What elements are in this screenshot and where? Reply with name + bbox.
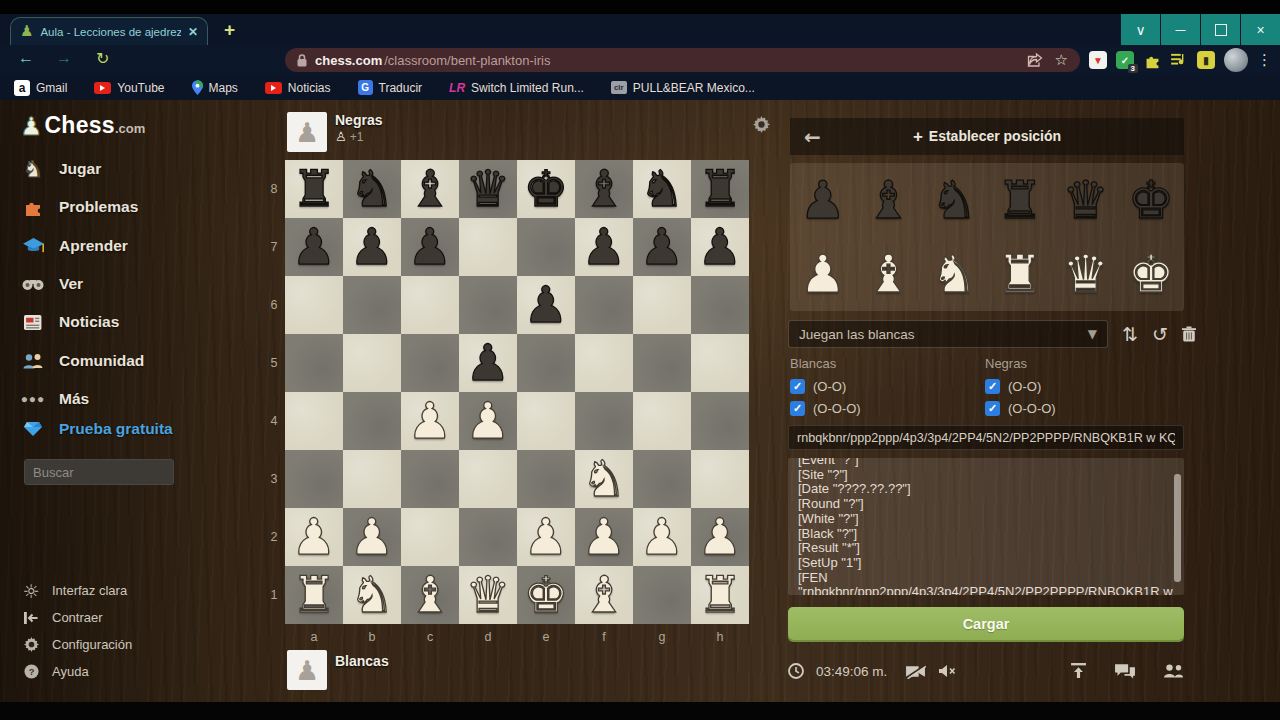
square-e2[interactable]: ♟ [517, 508, 575, 566]
square-h8[interactable]: ♜ [691, 160, 749, 218]
piece-white-p[interactable]: ♟ [524, 508, 569, 566]
pgn-text: [Event "?"][Site "?"][Date "????.??.??"]… [798, 458, 1174, 595]
castling-black: Negras ✓(O-O) ✓(O-O-O) [985, 356, 1056, 423]
file-label-h: h [691, 626, 749, 644]
square-a5[interactable] [285, 334, 343, 392]
piece-black-k[interactable]: ♚ [524, 160, 569, 218]
window-controls: ∨ ─ × [1121, 14, 1280, 45]
bookmarks-bar: aGmailYouTubeMapsNoticiasGTraducirLRSwit… [0, 75, 1280, 100]
sidebar-item-noticias[interactable]: Noticias [20, 303, 255, 341]
chevron-down-icon: ▼ [1088, 327, 1097, 341]
extensions-row: ▼ ✓3 ▮ ⋮ [1089, 48, 1272, 72]
piece-black-b[interactable]: ♝ [582, 160, 627, 218]
piece-white-p[interactable]: ♟ [698, 508, 743, 566]
pgn-textarea[interactable]: [Event "?"][Site "?"][Date "????.??.??"]… [788, 458, 1184, 595]
square-a8[interactable]: ♜ [285, 160, 343, 218]
sidebar-item-aprender[interactable]: Aprender [20, 227, 255, 265]
puzzle-icon [20, 197, 46, 217]
piece-white-k[interactable]: ♚ [524, 566, 569, 624]
share-icon[interactable] [1027, 53, 1043, 67]
binoculars-icon [20, 277, 46, 291]
sidebar-footer-collapse[interactable]: Contraer [22, 604, 245, 631]
sidebar-footer-sun[interactable]: ☼Interfaz clara [22, 577, 245, 604]
rank-label-2: 2 [266, 508, 282, 566]
plus-icon: + [913, 127, 923, 146]
square-c4[interactable]: ♟ [401, 392, 459, 450]
extension-square-icon[interactable]: ▮ [1197, 51, 1215, 69]
square-b4[interactable] [343, 392, 401, 450]
square-h4[interactable] [691, 392, 749, 450]
top-black-strip [0, 0, 1280, 14]
square-e1[interactable]: ♚ [517, 566, 575, 624]
square-d2[interactable] [459, 508, 517, 566]
back-button[interactable]: ← [18, 49, 34, 67]
bottom-black-strip [0, 702, 1280, 720]
rank-label-5: 5 [266, 334, 282, 392]
file-labels: abcdefgh [285, 626, 749, 644]
square-c2[interactable] [401, 508, 459, 566]
reset-icon[interactable]: ↺ [1152, 323, 1168, 345]
square-h7[interactable]: ♟ [691, 218, 749, 276]
translate-icon: G [358, 80, 373, 95]
piece-white-r[interactable]: ♜ [698, 566, 743, 624]
square-a6[interactable] [285, 276, 343, 334]
palette-black-r[interactable]: ♜ [987, 163, 1053, 237]
cap-icon [20, 237, 46, 255]
square-a1[interactable]: ♜ [285, 566, 343, 624]
square-g3[interactable] [633, 450, 691, 508]
file-label-c: c [401, 626, 459, 644]
sidebar-item-comunidad[interactable]: Comunidad [20, 341, 255, 379]
piece-black-p[interactable]: ♟ [582, 218, 627, 276]
square-e7[interactable] [517, 218, 575, 276]
piece-white-p[interactable]: ♟ [292, 508, 337, 566]
new-tab-button[interactable]: + [224, 19, 235, 41]
palette-white-b[interactable]: ♝ [856, 237, 922, 311]
square-f2[interactable]: ♟ [575, 508, 633, 566]
youtube-icon [94, 82, 111, 94]
flip-board-icon[interactable]: ⇅ [1122, 323, 1138, 345]
square-h3[interactable] [691, 450, 749, 508]
palette-white-k[interactable]: ♚ [1118, 237, 1184, 311]
camera-off-icon[interactable] [905, 664, 926, 679]
chess-board: ♜♞♝♛♚♝♞♜♟♟♟♟♟♟♟♟♟♟♞♟♟♟♟♟♟♜♞♝♛♚♝♜ [285, 160, 749, 624]
sidebar-item-jugar[interactable]: ♞Jugar [20, 150, 255, 188]
palette-black-b[interactable]: ♝ [856, 163, 922, 237]
rank-labels: 87654321 [266, 160, 282, 624]
square-f3[interactable]: ♞ [575, 450, 633, 508]
palette-black-p[interactable]: ♟ [790, 163, 856, 237]
square-g5[interactable] [633, 334, 691, 392]
load-button[interactable]: Cargar [788, 607, 1184, 640]
diamond-icon [20, 421, 46, 437]
square-e6[interactable]: ♟ [517, 276, 575, 334]
window-chevron-button[interactable]: ∨ [1121, 14, 1160, 45]
sidebar-footer-help[interactable]: ?Ayuda [22, 658, 245, 685]
amazon-icon: a [14, 80, 30, 96]
square-d7[interactable] [459, 218, 517, 276]
square-c1[interactable]: ♝ [401, 566, 459, 624]
piece-white-q[interactable]: ♛ [466, 566, 511, 624]
search-input[interactable] [24, 459, 174, 485]
lock-icon [297, 54, 307, 67]
bookmark-item[interactable]: Maps [192, 80, 238, 95]
upload-icon[interactable] [1070, 663, 1087, 679]
square-h1[interactable]: ♜ [691, 566, 749, 624]
square-g2[interactable]: ♟ [633, 508, 691, 566]
bottom-player: ♟ Blancas [287, 650, 389, 690]
square-a4[interactable] [285, 392, 343, 450]
square-a2[interactable]: ♟ [285, 508, 343, 566]
bookmark-item[interactable]: YouTube [94, 81, 164, 95]
piece-black-p[interactable]: ♟ [640, 218, 685, 276]
piece-white-p[interactable]: ♟ [582, 508, 627, 566]
piece-white-n[interactable]: ♞ [350, 566, 395, 624]
extension-shield-icon[interactable]: ▼ [1089, 51, 1107, 69]
youtube-icon [265, 82, 282, 94]
square-f8[interactable]: ♝ [575, 160, 633, 218]
black-long-castle-checkbox[interactable]: ✓ [985, 401, 1000, 416]
white-player-avatar[interactable]: ♟ [287, 650, 327, 690]
piece-black-n[interactable]: ♞ [640, 160, 685, 218]
classroom-toolbar: 03:49:06 m. [788, 652, 1184, 690]
rank-label-7: 7 [266, 218, 282, 276]
square-f1[interactable]: ♝ [575, 566, 633, 624]
palette-white-r[interactable]: ♜ [987, 237, 1053, 311]
palette-black-n[interactable]: ♞ [921, 163, 987, 237]
square-b1[interactable]: ♞ [343, 566, 401, 624]
piece-palette: ♟♝♞♜♛♚♟♝♞♜♛♚ [790, 163, 1184, 311]
square-c5[interactable] [401, 334, 459, 392]
chesscom-logo[interactable]: ♟ Chess .com [20, 112, 145, 141]
square-g6[interactable] [633, 276, 691, 334]
help-icon: ? [22, 664, 40, 679]
collapse-icon [22, 611, 40, 625]
square-h2[interactable]: ♟ [691, 508, 749, 566]
square-d4[interactable]: ♟ [459, 392, 517, 450]
browser-tab[interactable]: ♟ Aula - Lecciones de ajedrez para ✕ [10, 17, 208, 45]
black-short-castle-checkbox[interactable]: ✓ [985, 379, 1000, 394]
chat-icon[interactable] [1114, 663, 1136, 680]
piece-white-n[interactable]: ♞ [582, 450, 627, 508]
browser-menu-icon[interactable]: ⋮ [1257, 51, 1272, 69]
reload-button[interactable]: ↻ [96, 49, 109, 68]
bookmark-item[interactable]: LRSwitch Limited Run... [449, 81, 584, 95]
castling-white: Blancas ✓(O-O) ✓(O-O-O) [790, 356, 861, 423]
piece-white-p[interactable]: ♟ [350, 508, 395, 566]
file-label-f: f [575, 626, 633, 644]
sidebar-item-más[interactable]: ●●●Más [20, 380, 255, 418]
square-d5[interactable]: ♟ [459, 334, 517, 392]
piece-black-p[interactable]: ♟ [466, 334, 511, 392]
tab-title: Aula - Lecciones de ajedrez para [40, 26, 180, 38]
square-h6[interactable] [691, 276, 749, 334]
square-c3[interactable] [401, 450, 459, 508]
sidebar-item-problemas[interactable]: Problemas [20, 188, 255, 226]
square-a3[interactable] [285, 450, 343, 508]
palette-white-p[interactable]: ♟ [790, 237, 856, 311]
extension-puzzle-icon[interactable] [1143, 51, 1161, 69]
turn-select[interactable]: Juegan las blancas ▼ [788, 320, 1108, 348]
svg-text:?: ? [28, 667, 34, 677]
url-path: /classroom/bent-plankton-iris [384, 53, 550, 68]
bookmark-star-icon[interactable]: ☆ [1055, 51, 1068, 69]
square-c6[interactable] [401, 276, 459, 334]
white-short-castle-checkbox[interactable]: ✓ [790, 379, 805, 394]
sidebar-item-ver[interactable]: Ver [20, 265, 255, 303]
clock-icon [788, 663, 804, 679]
setup-panel-header: ← +Establecer posición [790, 118, 1184, 155]
piece-white-b[interactable]: ♝ [582, 566, 627, 624]
address-bar[interactable]: chess.com /classroom/bent-plankton-iris … [285, 48, 1080, 72]
file-label-a: a [285, 626, 343, 644]
gear-icon [22, 637, 40, 652]
piece-white-p[interactable]: ♟ [408, 392, 453, 450]
black-player-avatar[interactable]: ♟ [287, 112, 327, 152]
square-f5[interactable] [575, 334, 633, 392]
square-d6[interactable] [459, 276, 517, 334]
rank-label-4: 4 [266, 392, 282, 450]
captured-pawn-icon: ♙ [335, 129, 347, 144]
square-g4[interactable] [633, 392, 691, 450]
square-f7[interactable]: ♟ [575, 218, 633, 276]
dots-icon: ●●● [20, 392, 46, 406]
logo-pawn-icon: ♟ [20, 112, 42, 141]
forward-button[interactable]: → [56, 49, 72, 67]
square-e3[interactable] [517, 450, 575, 508]
profile-avatar[interactable] [1224, 48, 1248, 72]
square-g7[interactable]: ♟ [633, 218, 691, 276]
square-b5[interactable] [343, 334, 401, 392]
square-f6[interactable] [575, 276, 633, 334]
extension-check-icon[interactable]: ✓3 [1116, 51, 1134, 69]
session-clock: 03:49:06 m. [816, 664, 887, 679]
window-close-button[interactable]: × [1241, 14, 1280, 45]
square-g8[interactable]: ♞ [633, 160, 691, 218]
window-maximize-button[interactable] [1201, 14, 1240, 45]
square-b6[interactable] [343, 276, 401, 334]
tab-strip: ♟ Aula - Lecciones de ajedrez para ✕ + ∨… [0, 14, 1280, 45]
bookmark-item[interactable]: clrPULL&BEAR Mexico... [611, 81, 755, 95]
piece-black-b[interactable]: ♝ [408, 160, 453, 218]
piece-black-q[interactable]: ♛ [466, 160, 511, 218]
square-b8[interactable]: ♞ [343, 160, 401, 218]
bookmark-item[interactable]: aGmail [14, 80, 67, 96]
palette-white-q[interactable]: ♛ [1053, 237, 1119, 311]
bookmark-item[interactable]: Noticias [265, 81, 331, 95]
material-advantage: ♙ +1 [335, 129, 382, 144]
board-settings-gear-icon[interactable] [753, 116, 770, 133]
url-row: ← → ↻ chess.com /classroom/bent-plankton… [0, 45, 1280, 75]
pullbear-icon: clr [611, 81, 627, 94]
square-d3[interactable] [459, 450, 517, 508]
square-b2[interactable]: ♟ [343, 508, 401, 566]
sidebar-menu: ♞JugarProblemasAprenderVerNoticiasComuni… [20, 150, 255, 418]
extension-music-icon[interactable] [1170, 51, 1188, 69]
piece-black-r[interactable]: ♜ [292, 160, 337, 218]
rank-label-1: 1 [266, 566, 282, 624]
pgn-scrollbar[interactable] [1174, 474, 1181, 582]
square-c8[interactable]: ♝ [401, 160, 459, 218]
rank-label-3: 3 [266, 450, 282, 508]
screen: ♟ Aula - Lecciones de ajedrez para ✕ + ∨… [0, 0, 1280, 720]
piece-black-p[interactable]: ♟ [698, 218, 743, 276]
piece-black-p[interactable]: ♟ [408, 218, 453, 276]
limitedrun-icon: LR [449, 81, 465, 95]
tab-close-icon[interactable]: ✕ [188, 25, 198, 39]
piece-black-r[interactable]: ♜ [698, 160, 743, 218]
piece-white-r[interactable]: ♜ [292, 566, 337, 624]
window-minimize-button[interactable]: ─ [1161, 14, 1200, 45]
sidebar: ♟ Chess .com ♞JugarProblemasAprenderVerN… [0, 100, 285, 702]
sidebar-footer: ☼Interfaz claraContraerConfiguración?Ayu… [22, 577, 245, 685]
turn-row: Juegan las blancas ▼ ⇅ ↺ [788, 320, 1196, 348]
piece-white-p[interactable]: ♟ [466, 392, 511, 450]
top-player-name: Negras [335, 112, 382, 129]
square-h5[interactable] [691, 334, 749, 392]
square-d8[interactable]: ♛ [459, 160, 517, 218]
white-long-castle-checkbox[interactable]: ✓ [790, 401, 805, 416]
square-g1[interactable] [633, 566, 691, 624]
page-content: ♟ Chess .com ♞JugarProblemasAprenderVerN… [0, 100, 1280, 702]
piece-white-b[interactable]: ♝ [408, 566, 453, 624]
piece-black-p[interactable]: ♟ [350, 218, 395, 276]
piece-black-p[interactable]: ♟ [524, 276, 569, 334]
file-label-b: b [343, 626, 401, 644]
setup-panel-title: +Establecer posición [790, 127, 1184, 147]
mute-icon[interactable] [938, 664, 956, 678]
bookmark-item[interactable]: GTraducir [358, 80, 423, 95]
piece-black-p[interactable]: ♟ [292, 218, 337, 276]
file-label-d: d [459, 626, 517, 644]
square-e4[interactable] [517, 392, 575, 450]
file-label-e: e [517, 626, 575, 644]
palette-black-q[interactable]: ♛ [1053, 163, 1119, 237]
palette-white-n[interactable]: ♞ [921, 237, 987, 311]
news-icon [20, 314, 46, 331]
sun-icon: ☼ [22, 581, 40, 601]
square-a7[interactable]: ♟ [285, 218, 343, 276]
square-c7[interactable]: ♟ [401, 218, 459, 276]
piece-white-p[interactable]: ♟ [640, 508, 685, 566]
community-icon [20, 353, 46, 369]
participants-icon[interactable] [1163, 664, 1184, 678]
sidebar-item-trial[interactable]: Prueba gratuita [20, 420, 173, 438]
palette-black-k[interactable]: ♚ [1118, 163, 1184, 237]
square-e5[interactable] [517, 334, 575, 392]
piece-black-n[interactable]: ♞ [350, 160, 395, 218]
square-b3[interactable] [343, 450, 401, 508]
square-f4[interactable] [575, 392, 633, 450]
square-b7[interactable]: ♟ [343, 218, 401, 276]
square-e8[interactable]: ♚ [517, 160, 575, 218]
rank-label-6: 6 [266, 276, 282, 334]
url-domain: chess.com [315, 53, 382, 68]
fen-input[interactable] [788, 425, 1184, 450]
bottom-player-name: Blancas [335, 653, 389, 670]
chesscom-favicon-icon: ♟ [20, 24, 33, 39]
file-label-g: g [633, 626, 691, 644]
maps-icon [192, 80, 203, 95]
knight-icon: ♞ [20, 159, 46, 179]
rank-label-8: 8 [266, 160, 282, 218]
top-player: ♟ Negras ♙ +1 [287, 112, 382, 152]
trash-icon[interactable] [1182, 326, 1196, 342]
square-d1[interactable]: ♛ [459, 566, 517, 624]
sidebar-footer-gear[interactable]: Configuración [22, 631, 245, 658]
